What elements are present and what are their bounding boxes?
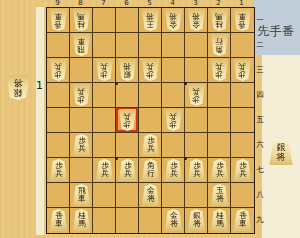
piece-kanji: 歩	[147, 70, 155, 79]
rank-label-二: 二	[255, 32, 265, 57]
piece-kanji: 車	[239, 12, 247, 21]
square-3八[interactable]	[185, 183, 208, 208]
piece-kanji: 兵	[193, 170, 201, 179]
square-7二[interactable]	[93, 33, 116, 58]
piece-kanji: 兵	[147, 145, 155, 154]
piece-kanji: 歩	[216, 70, 224, 79]
piece-kanji: 将	[216, 195, 224, 204]
piece-kanji: 車	[78, 195, 86, 204]
piece-kanji: 車	[239, 220, 247, 229]
rank-label-五: 五	[255, 107, 265, 132]
square-3五[interactable]	[185, 108, 208, 133]
rank-label-六: 六	[255, 132, 265, 157]
square-6九[interactable]	[116, 208, 139, 233]
piece-kanji: 将	[170, 12, 178, 21]
file-label-7: 7	[92, 0, 115, 7]
gote-hand-piece-銀将[interactable]: 銀将	[5, 75, 31, 100]
square-5五[interactable]	[139, 108, 162, 133]
square-3三[interactable]	[185, 58, 208, 83]
piece-kanji: 兵	[124, 112, 132, 121]
rank-label-四: 四	[255, 82, 265, 107]
square-9六[interactable]	[47, 133, 70, 158]
rank-label-八: 八	[255, 182, 265, 207]
square-5四[interactable]	[139, 83, 162, 108]
square-2六[interactable]	[208, 133, 231, 158]
file-label-8: 8	[69, 0, 92, 7]
piece-kanji: 将	[124, 62, 132, 71]
square-4二[interactable]	[162, 33, 185, 58]
piece-kanji: 桂	[216, 20, 224, 29]
piece-kanji: 兵	[147, 62, 155, 71]
piece-kanji: 歩	[239, 70, 247, 79]
piece-kanji: 車	[78, 37, 86, 46]
square-7六[interactable]	[93, 133, 116, 158]
square-4八[interactable]	[162, 183, 185, 208]
file-label-6: 6	[115, 0, 138, 7]
square-7九[interactable]	[93, 208, 116, 233]
star-point-icon	[115, 157, 118, 160]
piece-kanji: 行	[147, 170, 155, 179]
square-6八[interactable]	[116, 183, 139, 208]
piece-kanji: 兵	[170, 112, 178, 121]
square-6六[interactable]	[116, 133, 139, 158]
square-6四[interactable]	[116, 83, 139, 108]
square-8七[interactable]	[70, 158, 93, 183]
piece-kanji: 馬	[216, 220, 224, 229]
board-edge-strip	[36, 7, 44, 235]
piece-kanji: 兵	[239, 62, 247, 71]
file-label-1: 1	[230, 0, 253, 7]
square-4四[interactable]	[162, 83, 185, 108]
piece-kanji: 将	[170, 220, 178, 229]
rank-labels: 一二三四五六七八九	[255, 7, 265, 232]
piece-kanji: 行	[216, 37, 224, 46]
rank-label-七: 七	[255, 157, 265, 182]
piece-kanji: 兵	[124, 170, 132, 179]
piece-kanji: 歩	[124, 120, 132, 129]
file-label-3: 3	[184, 0, 207, 7]
piece-kanji: 銀	[14, 88, 23, 98]
square-4三[interactable]	[162, 58, 185, 83]
square-7八[interactable]	[93, 183, 116, 208]
square-7四[interactable]	[93, 83, 116, 108]
square-9二[interactable]	[47, 33, 70, 58]
piece-kanji: 将	[277, 153, 286, 163]
sente-hand-tray: 銀将	[262, 55, 300, 238]
star-point-icon	[184, 157, 187, 160]
piece-kanji: 馬	[78, 220, 86, 229]
piece-kanji: 兵	[216, 62, 224, 71]
piece-kanji: 兵	[55, 62, 63, 71]
square-9八[interactable]	[47, 183, 70, 208]
square-6一[interactable]	[116, 8, 139, 33]
piece-kanji: 香	[55, 20, 63, 29]
square-5九[interactable]	[139, 208, 162, 233]
piece-kanji: 歩	[193, 95, 201, 104]
piece-kanji: 将	[147, 12, 155, 21]
piece-kanji: 車	[55, 220, 63, 229]
piece-kanji: 角	[216, 45, 224, 54]
piece-kanji: 兵	[216, 170, 224, 179]
piece-kanji: 兵	[239, 170, 247, 179]
piece-kanji: 兵	[101, 170, 109, 179]
file-label-4: 4	[161, 0, 184, 7]
piece-kanji: 兵	[55, 170, 63, 179]
square-1五[interactable]	[231, 108, 254, 133]
square-4六[interactable]	[162, 133, 185, 158]
file-label-9: 9	[46, 0, 69, 7]
square-6二[interactable]	[116, 33, 139, 58]
piece-kanji: 兵	[78, 145, 86, 154]
square-9四[interactable]	[47, 83, 70, 108]
shogi-diagram: 先手番 銀将 987654321 一二三四五六七八九 香車桂馬王将金将金将桂馬香…	[0, 0, 300, 238]
rank-label-九: 九	[255, 207, 265, 232]
piece-kanji: 兵	[78, 87, 86, 96]
sente-hand-piece-銀将[interactable]: 銀将	[268, 140, 294, 165]
rank-label-一: 一	[255, 7, 265, 32]
piece-kanji: 将	[14, 78, 23, 88]
piece-kanji: 将	[193, 12, 201, 21]
piece-kanji: 馬	[216, 12, 224, 21]
square-3二[interactable]	[185, 33, 208, 58]
piece-kanji: 銀	[124, 70, 132, 79]
file-label-2: 2	[207, 0, 230, 7]
file-label-5: 5	[138, 0, 161, 7]
square-9五[interactable]	[47, 108, 70, 133]
piece-kanji: 将	[147, 195, 155, 204]
piece-kanji: 飛	[78, 45, 86, 54]
piece-kanji: 金	[193, 20, 201, 29]
square-1四[interactable]	[231, 83, 254, 108]
square-5二[interactable]	[139, 33, 162, 58]
board: 香車桂馬王将金将金将桂馬香車飛車角行歩兵歩兵銀将歩兵歩兵歩兵歩兵歩兵歩兵歩兵歩兵…	[46, 7, 255, 234]
square-1八[interactable]	[231, 183, 254, 208]
piece-kanji: 歩	[170, 120, 178, 129]
piece-kanji: 歩	[55, 70, 63, 79]
square-1二[interactable]	[231, 33, 254, 58]
piece-kanji: 車	[55, 12, 63, 21]
square-2四[interactable]	[208, 83, 231, 108]
piece-kanji: 馬	[78, 12, 86, 21]
file-labels: 987654321	[46, 0, 253, 7]
piece-kanji: 香	[239, 20, 247, 29]
piece-kanji: 歩	[101, 70, 109, 79]
piece-kanji: 王	[147, 20, 155, 29]
square-7一[interactable]	[93, 8, 116, 33]
piece-kanji: 将	[193, 220, 201, 229]
square-8五[interactable]	[70, 108, 93, 133]
star-point-icon	[184, 82, 187, 85]
piece-kanji: 歩	[78, 95, 86, 104]
square-7五[interactable]	[93, 108, 116, 133]
square-3六[interactable]	[185, 133, 208, 158]
piece-kanji: 兵	[170, 170, 178, 179]
piece-kanji: 兵	[193, 87, 201, 96]
star-point-icon	[115, 82, 118, 85]
gote-hand-count: 1	[36, 79, 43, 92]
square-8三[interactable]	[70, 58, 93, 83]
piece-kanji: 金	[170, 20, 178, 29]
square-1六[interactable]	[231, 133, 254, 158]
square-2五[interactable]	[208, 108, 231, 133]
piece-kanji: 兵	[101, 62, 109, 71]
piece-kanji: 桂	[78, 20, 86, 29]
rank-label-三: 三	[255, 57, 265, 82]
